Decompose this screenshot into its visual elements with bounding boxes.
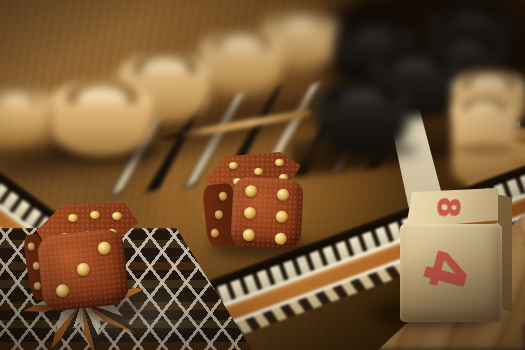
- light-checker: [52, 80, 152, 156]
- light-checker: [200, 30, 282, 94]
- pip: [219, 191, 228, 201]
- light-checker: [0, 88, 48, 142]
- pip: [90, 211, 100, 219]
- cube-number-top: 8: [433, 196, 464, 218]
- pip: [27, 242, 35, 251]
- backgammon-photo: 8 4: [0, 0, 525, 350]
- pip: [229, 162, 238, 169]
- pip: [215, 210, 224, 220]
- pip: [210, 228, 219, 238]
- cube-number-front: 4: [413, 244, 477, 296]
- die-front-face: [36, 228, 129, 313]
- pip: [68, 214, 78, 222]
- pip: [112, 212, 122, 220]
- die-front-face: [230, 176, 304, 250]
- pip: [275, 159, 284, 166]
- pip: [254, 168, 263, 175]
- cube-front-face: 4: [400, 224, 502, 322]
- dark-checker: [316, 80, 408, 154]
